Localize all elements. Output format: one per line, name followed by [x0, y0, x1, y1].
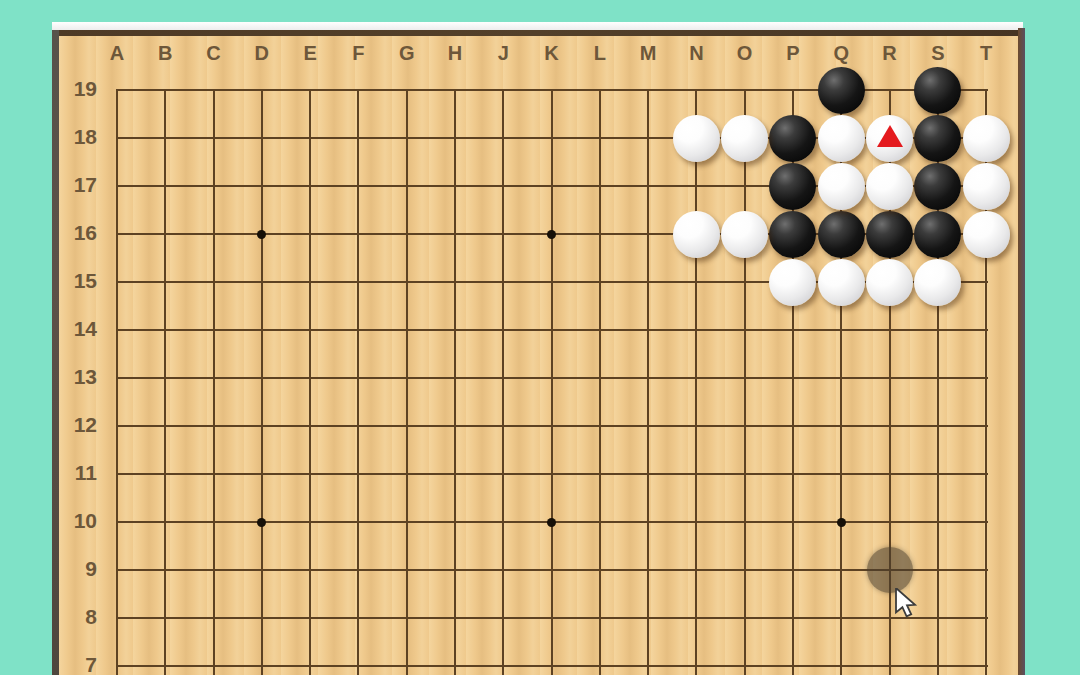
stone-white-T17[interactable] [963, 163, 1010, 210]
stone-black-Q16[interactable] [818, 211, 865, 258]
stone-black-R16[interactable] [866, 211, 913, 258]
stone-white-Q17[interactable] [818, 163, 865, 210]
app-background: ABCDEFGHJKLMNOPQRST191817161514131211109… [0, 0, 1080, 675]
stone-white-N16[interactable] [673, 211, 720, 258]
stone-white-R15[interactable] [866, 259, 913, 306]
stone-white-T16[interactable] [963, 211, 1010, 258]
stone-white-Q18[interactable] [818, 115, 865, 162]
stone-white-N18[interactable] [673, 115, 720, 162]
stone-black-P18[interactable] [769, 115, 816, 162]
stone-white-Q15[interactable] [818, 259, 865, 306]
board-frame-top-border [52, 30, 1023, 36]
stone-white-P15[interactable] [769, 259, 816, 306]
stone-white-O18[interactable] [721, 115, 768, 162]
stone-white-O16[interactable] [721, 211, 768, 258]
stone-white-R18[interactable] [866, 115, 913, 162]
board-frame-highlight [52, 22, 1023, 30]
stone-black-S18[interactable] [914, 115, 961, 162]
stone-black-P16[interactable] [769, 211, 816, 258]
ghost-stone-R9[interactable] [867, 547, 913, 593]
stone-white-S15[interactable] [914, 259, 961, 306]
stone-black-S17[interactable] [914, 163, 961, 210]
stone-black-S19[interactable] [914, 67, 961, 114]
stone-white-T18[interactable] [963, 115, 1010, 162]
mouse-cursor [894, 588, 920, 618]
stone-black-Q19[interactable] [818, 67, 865, 114]
board-frame-right-border [1018, 28, 1025, 675]
stone-black-P17[interactable] [769, 163, 816, 210]
stone-white-R17[interactable] [866, 163, 913, 210]
stone-black-S16[interactable] [914, 211, 961, 258]
board-frame-left-border [52, 30, 59, 675]
